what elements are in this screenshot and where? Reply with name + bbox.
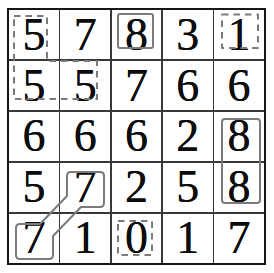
cell-r2c1[interactable]: 5 bbox=[9, 61, 59, 110]
cell-r2c2[interactable]: 5 bbox=[60, 61, 110, 110]
cell-r1c2[interactable]: 7 bbox=[60, 10, 110, 59]
cell-r1c5[interactable]: 1 bbox=[214, 10, 264, 59]
cell-r3c5[interactable]: 8 bbox=[214, 112, 264, 161]
cell-r3c2[interactable]: 6 bbox=[60, 112, 110, 161]
cell-r5c5[interactable]: 7 bbox=[214, 214, 264, 263]
puzzle-diagram: 5 7 8 3 1 5 5 7 6 6 6 6 6 2 8 5 7 2 5 8 … bbox=[0, 0, 274, 273]
cell-r4c1[interactable]: 5 bbox=[9, 163, 59, 212]
cell-r5c3[interactable]: 0 bbox=[112, 214, 162, 263]
cell-r5c1[interactable]: 7 bbox=[9, 214, 59, 263]
cell-r3c1[interactable]: 6 bbox=[9, 112, 59, 161]
cell-r2c3[interactable]: 7 bbox=[112, 61, 162, 110]
cell-r4c5[interactable]: 8 bbox=[214, 163, 264, 212]
digit-grid-board: 5 7 8 3 1 5 5 7 6 6 6 6 6 2 8 5 7 2 5 8 … bbox=[7, 8, 266, 265]
cell-r1c4[interactable]: 3 bbox=[163, 10, 213, 59]
cell-r2c5[interactable]: 6 bbox=[214, 61, 264, 110]
cell-r2c4[interactable]: 6 bbox=[163, 61, 213, 110]
cell-r1c1[interactable]: 5 bbox=[9, 10, 59, 59]
cell-r3c4[interactable]: 2 bbox=[163, 112, 213, 161]
cell-r5c2[interactable]: 1 bbox=[60, 214, 110, 263]
cell-r5c4[interactable]: 1 bbox=[163, 214, 213, 263]
cell-r1c3[interactable]: 8 bbox=[112, 10, 162, 59]
cell-r3c3[interactable]: 6 bbox=[112, 112, 162, 161]
cell-r4c4[interactable]: 5 bbox=[163, 163, 213, 212]
cell-r4c3[interactable]: 2 bbox=[112, 163, 162, 212]
cell-r4c2[interactable]: 7 bbox=[60, 163, 110, 212]
